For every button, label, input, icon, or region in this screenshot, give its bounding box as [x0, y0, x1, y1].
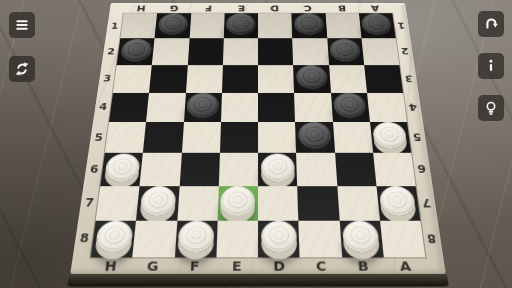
dark-piece-e1[interactable] — [226, 14, 256, 36]
file-label-h: H — [88, 257, 132, 274]
white-piece-h6[interactable] — [104, 153, 141, 181]
file-label-c: C — [300, 257, 343, 274]
square-f5[interactable] — [181, 122, 220, 153]
square-h3[interactable] — [113, 65, 152, 93]
lightbulb-icon — [482, 99, 500, 117]
white-piece-d6[interactable] — [261, 153, 295, 181]
square-h6[interactable] — [100, 153, 143, 186]
square-d3[interactable] — [258, 65, 294, 93]
white-piece-b8[interactable] — [342, 221, 380, 253]
menu-button[interactable] — [9, 12, 35, 38]
checkers-board: HGFEDCBA HGFEDCBA 12345678 12345678 — [70, 3, 446, 274]
file-label-d: D — [258, 3, 292, 13]
square-g5[interactable] — [143, 122, 183, 153]
square-d5[interactable] — [258, 122, 296, 153]
file-label-a: A — [358, 3, 393, 13]
hint-button[interactable] — [478, 95, 504, 121]
file-label-e: E — [224, 3, 258, 13]
file-label-b: B — [324, 3, 358, 13]
square-d6[interactable] — [258, 153, 297, 186]
dark-piece-c5[interactable] — [298, 122, 332, 149]
square-c4[interactable] — [294, 93, 332, 122]
file-label-f: F — [191, 3, 225, 13]
square-e5[interactable] — [220, 122, 258, 153]
square-d8[interactable] — [258, 220, 300, 257]
file-labels-bottom: HGFEDCBA — [88, 257, 427, 274]
file-label-d: D — [258, 257, 300, 274]
file-label-g: G — [131, 257, 175, 274]
file-label-b: B — [342, 257, 386, 274]
dark-piece-c3[interactable] — [296, 65, 328, 89]
square-a5[interactable] — [370, 122, 411, 153]
square-f2[interactable] — [187, 38, 223, 64]
square-f6[interactable] — [179, 153, 220, 186]
white-piece-a5[interactable] — [372, 122, 408, 149]
square-b7[interactable] — [337, 186, 380, 221]
square-c3[interactable] — [293, 65, 330, 93]
undo-button[interactable] — [478, 11, 504, 37]
file-label-g: G — [157, 3, 191, 13]
dark-piece-h2[interactable] — [120, 39, 153, 62]
undo-rotate-arrow-icon — [482, 15, 500, 33]
square-g4[interactable] — [146, 93, 185, 122]
square-e3[interactable] — [222, 65, 258, 93]
square-e6[interactable] — [219, 153, 258, 186]
square-b4[interactable] — [331, 93, 370, 122]
square-g1[interactable] — [155, 13, 191, 38]
square-e8[interactable] — [216, 220, 258, 257]
square-a1[interactable] — [359, 13, 396, 38]
board-perspective-wrapper: HGFEDCBA HGFEDCBA 12345678 12345678 — [0, 0, 512, 288]
file-label-f: F — [173, 257, 216, 274]
square-g2[interactable] — [152, 38, 189, 64]
square-g7[interactable] — [136, 186, 179, 221]
square-d7[interactable] — [258, 186, 299, 221]
board-squares — [91, 13, 426, 257]
square-g3[interactable] — [149, 65, 187, 93]
white-piece-g7[interactable] — [140, 186, 177, 216]
square-a3[interactable] — [364, 65, 403, 93]
square-b8[interactable] — [339, 220, 383, 257]
square-h4[interactable] — [109, 93, 149, 122]
square-b5[interactable] — [333, 122, 373, 153]
square-c8[interactable] — [299, 220, 342, 257]
square-f7[interactable] — [177, 186, 219, 221]
white-piece-d8[interactable] — [261, 221, 297, 253]
white-piece-a7[interactable] — [379, 186, 417, 216]
file-labels-top: HGFEDCBA — [124, 3, 393, 13]
square-a7[interactable] — [376, 186, 420, 221]
square-h2[interactable] — [117, 38, 155, 64]
square-f1[interactable] — [189, 13, 224, 38]
restart-button[interactable] — [9, 56, 35, 82]
white-piece-f8[interactable] — [178, 221, 215, 253]
file-label-c: C — [291, 3, 325, 13]
square-e2[interactable] — [223, 38, 258, 64]
square-a2[interactable] — [361, 38, 399, 64]
square-b2[interactable] — [327, 38, 364, 64]
square-f8[interactable] — [174, 220, 217, 257]
square-f3[interactable] — [185, 65, 222, 93]
square-b1[interactable] — [325, 13, 361, 38]
square-b6[interactable] — [335, 153, 377, 186]
square-a6[interactable] — [373, 153, 416, 186]
square-a4[interactable] — [367, 93, 407, 122]
square-c6[interactable] — [296, 153, 337, 186]
square-b3[interactable] — [329, 65, 367, 93]
checkers-app-screen: HGFEDCBA HGFEDCBA 12345678 12345678 — [0, 0, 512, 288]
square-d2[interactable] — [258, 38, 293, 64]
square-h5[interactable] — [105, 122, 146, 153]
file-label-e: E — [216, 257, 258, 274]
square-c1[interactable] — [292, 13, 327, 38]
square-g8[interactable] — [133, 220, 177, 257]
dark-piece-b4[interactable] — [333, 93, 367, 118]
white-piece-e7[interactable] — [220, 186, 255, 216]
dark-piece-g1[interactable] — [157, 14, 188, 36]
square-e4[interactable] — [221, 93, 258, 122]
info-icon — [482, 57, 500, 75]
file-label-a: A — [383, 257, 427, 274]
square-e7[interactable] — [217, 186, 258, 221]
square-c2[interactable] — [292, 38, 328, 64]
square-a8[interactable] — [380, 220, 426, 257]
dark-piece-b2[interactable] — [329, 39, 361, 62]
file-label-h: H — [124, 3, 159, 13]
square-d4[interactable] — [258, 93, 295, 122]
dark-piece-c1[interactable] — [294, 14, 324, 36]
restart-arrows-icon — [13, 60, 31, 78]
dark-piece-f4[interactable] — [186, 93, 219, 118]
square-h8[interactable] — [91, 220, 137, 257]
dark-piece-a1[interactable] — [361, 14, 393, 36]
square-c5[interactable] — [295, 122, 334, 153]
square-h1[interactable] — [120, 13, 157, 38]
square-h7[interactable] — [96, 186, 140, 221]
hamburger-menu-icon — [13, 16, 31, 34]
info-button[interactable] — [478, 53, 504, 79]
square-c7[interactable] — [297, 186, 339, 221]
white-piece-h8[interactable] — [94, 221, 133, 253]
square-g6[interactable] — [140, 153, 182, 186]
square-d1[interactable] — [258, 13, 292, 38]
square-f4[interactable] — [184, 93, 222, 122]
square-e1[interactable] — [224, 13, 258, 38]
